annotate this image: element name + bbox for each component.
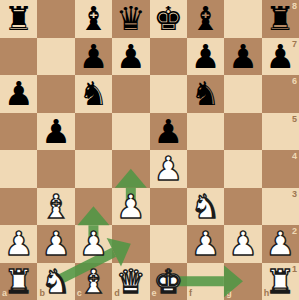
rank-label-5: 5 [292,115,297,124]
square-c3[interactable] [75,188,112,226]
square-c4[interactable] [75,150,112,188]
piece-black-pawn-a6[interactable]: ♟ [0,75,37,113]
file-label-g: g [226,289,232,298]
piece-black-rook-h8[interactable]: ♜ [262,0,299,38]
square-b7[interactable] [37,38,74,76]
square-h5[interactable]: 5 [262,113,299,151]
piece-black-bishop-f8[interactable]: ♝ [187,0,224,38]
piece-black-pawn-c7[interactable]: ♟ [75,38,112,76]
file-label-f: f [189,289,192,298]
square-g3[interactable] [224,188,261,226]
square-b6[interactable] [37,75,74,113]
piece-black-queen-d8[interactable]: ♛ [112,0,149,38]
piece-black-knight-f6[interactable]: ♞ [187,75,224,113]
piece-black-pawn-d7[interactable]: ♟ [112,38,149,76]
square-b8[interactable] [37,0,74,38]
square-e6[interactable] [150,75,187,113]
square-h6[interactable]: 6 [262,75,299,113]
piece-white-bishop-c1[interactable]: ♝ [75,263,112,300]
square-e2[interactable] [150,225,187,263]
piece-black-pawn-g7[interactable]: ♟ [224,38,261,76]
square-c5[interactable] [75,113,112,151]
piece-black-pawn-h7[interactable]: ♟ [262,38,299,76]
piece-white-pawn-e4[interactable]: ♟ [150,150,187,188]
piece-black-pawn-f7[interactable]: ♟ [187,38,224,76]
piece-white-king-e1[interactable]: ♚ [150,263,187,300]
piece-white-knight-b1[interactable]: ♞ [37,263,74,300]
square-e3[interactable] [150,188,187,226]
piece-black-bishop-c8[interactable]: ♝ [75,0,112,38]
piece-black-pawn-b5[interactable]: ♟ [37,113,74,151]
square-e7[interactable] [150,38,187,76]
rank-label-4: 4 [292,152,297,161]
piece-white-pawn-b2[interactable]: ♟ [37,225,74,263]
square-d5[interactable] [112,113,149,151]
square-g4[interactable] [224,150,261,188]
piece-white-pawn-f2[interactable]: ♟ [187,225,224,263]
square-f4[interactable] [187,150,224,188]
piece-white-pawn-d3[interactable]: ♟ [112,188,149,226]
square-g1[interactable]: g [224,263,261,300]
piece-white-rook-a1[interactable]: ♜ [0,263,37,300]
piece-white-knight-f3[interactable]: ♞ [187,188,224,226]
square-f1[interactable]: f [187,263,224,300]
square-a4[interactable] [0,150,37,188]
piece-black-pawn-e5[interactable]: ♟ [150,113,187,151]
square-h4[interactable]: 4 [262,150,299,188]
square-a5[interactable] [0,113,37,151]
square-g6[interactable] [224,75,261,113]
square-g8[interactable] [224,0,261,38]
piece-white-rook-h1[interactable]: ♜ [262,263,299,300]
chess-app: 8765432abcdefg1h ♜♝♛♚♝♜♟♟♟♟♟♟♞♞♟♟♟♝♟♞♟♟♟… [0,0,299,300]
square-a7[interactable] [0,38,37,76]
piece-white-pawn-h2[interactable]: ♟ [262,225,299,263]
rank-label-3: 3 [292,190,297,199]
square-g5[interactable] [224,113,261,151]
piece-black-rook-a8[interactable]: ♜ [0,0,37,38]
square-a3[interactable] [0,188,37,226]
piece-white-pawn-g2[interactable]: ♟ [224,225,261,263]
piece-black-knight-c6[interactable]: ♞ [75,75,112,113]
square-b4[interactable] [37,150,74,188]
piece-white-queen-d1[interactable]: ♛ [112,263,149,300]
square-f5[interactable] [187,113,224,151]
square-d2[interactable] [112,225,149,263]
square-h3[interactable]: 3 [262,188,299,226]
piece-white-pawn-c2[interactable]: ♟ [75,225,112,263]
rank-label-6: 6 [292,77,297,86]
square-d4[interactable] [112,150,149,188]
square-d6[interactable] [112,75,149,113]
piece-white-pawn-a2[interactable]: ♟ [0,225,37,263]
piece-black-king-e8[interactable]: ♚ [150,0,187,38]
piece-white-bishop-b3[interactable]: ♝ [37,188,74,226]
